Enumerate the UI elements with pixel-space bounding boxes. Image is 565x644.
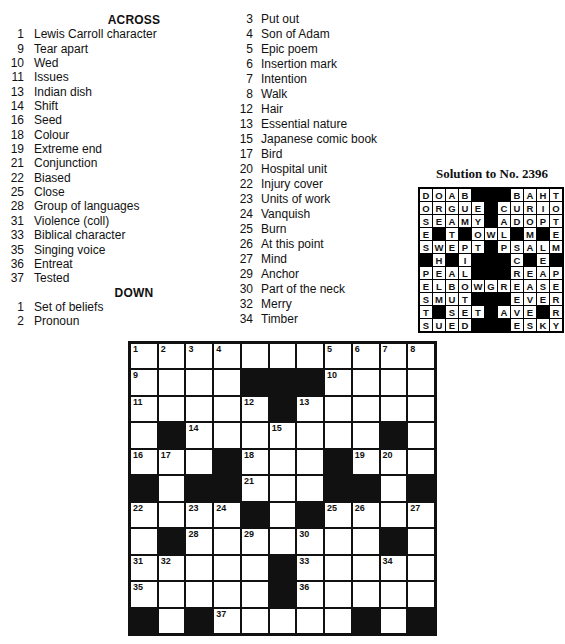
grid-cell-r10c1[interactable]: 35	[131, 582, 157, 606]
clue-text: Intention	[261, 72, 307, 87]
clue-text: Anchor	[261, 267, 299, 282]
solution-cell-r9c5	[472, 293, 484, 305]
grid-cell-r9c9[interactable]	[353, 556, 379, 580]
solution-cell-r5c2: W	[433, 241, 445, 253]
puzzle-grid[interactable]: 1234567891011121314151617181920212223242…	[128, 341, 437, 636]
grid-cell-r5c2[interactable]: 17	[159, 450, 185, 474]
grid-cell-r2c3[interactable]	[186, 370, 212, 394]
grid-cell-r10c11[interactable]	[408, 582, 434, 606]
solution-cell-r5c9: A	[524, 241, 536, 253]
grid-cell-r1c5[interactable]	[242, 344, 268, 368]
clue-number: 6	[235, 57, 253, 72]
solution-cell-r7c1: P	[420, 267, 432, 279]
clue-text: Colour	[34, 128, 69, 142]
solution-cell-r3c10: P	[537, 215, 549, 227]
solution-cell-r3c2: E	[433, 215, 445, 227]
clue-number: 27	[235, 252, 253, 267]
clue-down-22: 22Injury cover	[235, 177, 440, 192]
grid-cell-r6c7[interactable]	[297, 476, 323, 500]
solution-cell-r6c11	[550, 254, 562, 266]
clue-text: Injury cover	[261, 177, 323, 192]
clue-down-32: 32Merry	[235, 297, 440, 312]
clue-text: Tested	[34, 271, 69, 285]
cell-number: 33	[299, 556, 309, 566]
solution-cell-r8c11: E	[550, 280, 562, 292]
grid-cell-r5c1[interactable]: 16	[131, 450, 157, 474]
solution-cell-r10c8: V	[511, 306, 523, 318]
grid-cell-r8c2	[159, 529, 185, 553]
grid-cell-r11c10[interactable]	[381, 609, 407, 633]
grid-cell-r4c10	[381, 423, 407, 447]
clue-across-31: 31Violence (coll)	[6, 214, 262, 228]
grid-cell-r7c7	[297, 503, 323, 527]
clue-text: Epic poem	[261, 42, 318, 57]
grid-cell-r11c8[interactable]	[325, 609, 351, 633]
clue-down-25: 25Burn	[235, 222, 440, 237]
grid-cell-r6c4	[214, 476, 240, 500]
grid-cell-r3c11[interactable]	[408, 397, 434, 421]
grid-cell-r6c6[interactable]	[270, 476, 296, 500]
grid-cell-r4c11[interactable]	[408, 423, 434, 447]
solution-cell-r2c1: O	[420, 202, 432, 214]
grid-cell-r11c6[interactable]	[270, 609, 296, 633]
grid-cell-r8c10	[381, 529, 407, 553]
solution-cell-r2c3: G	[446, 202, 458, 214]
solution-cell-r2c11: O	[550, 202, 562, 214]
clue-across-28: 28Group of languages	[6, 199, 262, 213]
grid-cell-r8c8[interactable]	[325, 529, 351, 553]
grid-cell-r6c2[interactable]	[159, 476, 185, 500]
grid-cell-r4c3[interactable]: 14	[186, 423, 212, 447]
clue-number: 30	[235, 282, 253, 297]
grid-cell-r9c2[interactable]: 32	[159, 556, 185, 580]
grid-cell-r11c11	[408, 609, 434, 633]
grid-cell-r8c9[interactable]	[353, 529, 379, 553]
clue-number: 12	[235, 102, 253, 117]
grid-cell-r8c7[interactable]: 30	[297, 529, 323, 553]
clue-number: 1	[6, 300, 24, 314]
solution-cell-r11c10: K	[537, 319, 549, 331]
clue-number: 7	[235, 72, 253, 87]
clue-down-4: 4Son of Adam	[235, 27, 440, 42]
grid-cell-r2c6	[270, 370, 296, 394]
grid-cell-r10c10[interactable]	[381, 582, 407, 606]
clue-number: 14	[6, 99, 24, 113]
clue-number: 13	[6, 85, 24, 99]
grid-cell-r9c3[interactable]	[186, 556, 212, 580]
grid-cell-r2c2[interactable]	[159, 370, 185, 394]
grid-cell-r3c4[interactable]	[214, 397, 240, 421]
solution-cell-r8c5: W	[472, 280, 484, 292]
clue-number: 18	[6, 128, 24, 142]
solution-cell-r10c6	[485, 306, 497, 318]
solution-cell-r3c3: A	[446, 215, 458, 227]
solution-cell-r8c1: E	[420, 280, 432, 292]
solution-cell-r3c1: S	[420, 215, 432, 227]
grid-cell-r6c10[interactable]	[381, 476, 407, 500]
grid-cell-r3c8[interactable]	[325, 397, 351, 421]
cell-number: 27	[410, 503, 420, 513]
grid-cell-r6c11	[408, 476, 434, 500]
grid-cell-r5c6[interactable]	[270, 450, 296, 474]
grid-cell-r3c7[interactable]: 13	[297, 397, 323, 421]
solution-cell-r5c1: S	[420, 241, 432, 253]
grid-cell-r4c9[interactable]	[353, 423, 379, 447]
grid-cell-r9c8[interactable]	[325, 556, 351, 580]
solution-cell-r2c4: U	[459, 202, 471, 214]
cell-number: 2	[161, 344, 166, 354]
grid-cell-r8c6[interactable]	[270, 529, 296, 553]
grid-cell-r10c9[interactable]	[353, 582, 379, 606]
grid-cell-r3c6	[270, 397, 296, 421]
clue-text: Issues	[34, 70, 69, 84]
clue-number: 23	[235, 192, 253, 207]
grid-cell-r1c6[interactable]	[270, 344, 296, 368]
clue-text: Indian dish	[34, 85, 92, 99]
clue-text: Hair	[261, 102, 283, 117]
solution-cell-r1c6	[485, 189, 497, 201]
grid-cell-r1c3[interactable]: 3	[186, 344, 212, 368]
solution-cell-r2c8: U	[511, 202, 523, 214]
grid-cell-r9c10[interactable]: 34	[381, 556, 407, 580]
clue-down-2: 2Pronoun	[6, 314, 262, 328]
grid-cell-r4c4[interactable]	[214, 423, 240, 447]
grid-cell-r5c5[interactable]: 18	[242, 450, 268, 474]
solution-cell-r9c4: T	[459, 293, 471, 305]
clue-down-8: 8Walk	[235, 87, 440, 102]
solution-cell-r9c7	[498, 293, 510, 305]
grid-cell-r7c8[interactable]: 25	[325, 503, 351, 527]
clue-text: Lewis Carroll character	[34, 27, 157, 41]
grid-cell-r7c4[interactable]: 24	[214, 503, 240, 527]
clue-text: Insertion mark	[261, 57, 337, 72]
solution-cell-r9c1: S	[420, 293, 432, 305]
grid-cell-r2c10[interactable]	[381, 370, 407, 394]
solution-cell-r11c4: D	[459, 319, 471, 331]
solution-cell-r11c7	[498, 319, 510, 331]
clue-across-35: 35Singing voice	[6, 243, 262, 257]
solution-cell-r2c2: R	[433, 202, 445, 214]
cell-number: 37	[216, 609, 226, 619]
grid-cell-r6c5[interactable]: 21	[242, 476, 268, 500]
solution-cell-r8c6: G	[485, 280, 497, 292]
clue-text: Close	[34, 185, 65, 199]
grid-cell-r7c2[interactable]	[159, 503, 185, 527]
solution-cell-r9c10: E	[537, 293, 549, 305]
clue-text: Pronoun	[34, 314, 79, 328]
solution-cell-r7c2: E	[433, 267, 445, 279]
clue-number: 2	[6, 314, 24, 328]
solution-title: Solution to No. 2396	[419, 166, 565, 182]
solution-cell-r10c5: T	[472, 306, 484, 318]
grid-cell-r9c11[interactable]	[408, 556, 434, 580]
solution-cell-r5c6	[485, 241, 497, 253]
solution-cell-r3c9: O	[524, 215, 536, 227]
solution-cell-r4c5: O	[472, 228, 484, 240]
grid-cell-r4c5[interactable]	[242, 423, 268, 447]
grid-cell-r7c10[interactable]	[381, 503, 407, 527]
grid-cell-r8c5[interactable]: 29	[242, 529, 268, 553]
grid-cell-r1c1[interactable]: 1	[131, 344, 157, 368]
solution-cell-r6c3	[446, 254, 458, 266]
clue-text: Biblical character	[34, 228, 125, 242]
clue-number: 16	[6, 113, 24, 127]
grid-cell-r1c2[interactable]: 2	[159, 344, 185, 368]
solution-cell-r11c1: S	[420, 319, 432, 331]
cell-number: 24	[216, 503, 226, 513]
grid-cell-r5c7[interactable]	[297, 450, 323, 474]
grid-cell-r11c7[interactable]	[297, 609, 323, 633]
grid-cell-r7c5	[242, 503, 268, 527]
clue-text: Biased	[34, 171, 71, 185]
grid-cell-r2c5	[242, 370, 268, 394]
clue-text: Part of the neck	[261, 282, 345, 297]
solution-cell-r2c6	[485, 202, 497, 214]
solution-cell-r4c8	[511, 228, 523, 240]
grid-cell-r4c7[interactable]	[297, 423, 323, 447]
clue-number: 28	[6, 199, 24, 213]
clue-text: Walk	[261, 87, 287, 102]
grid-cell-r6c1	[131, 476, 157, 500]
solution-cell-r7c3: A	[446, 267, 458, 279]
clue-number: 13	[235, 117, 253, 132]
cell-number: 25	[327, 503, 337, 513]
solution-cell-r9c8: E	[511, 293, 523, 305]
clue-number: 22	[6, 171, 24, 185]
solution-cell-r4c6: W	[485, 228, 497, 240]
grid-cell-r3c5[interactable]: 12	[242, 397, 268, 421]
solution-cell-r5c5: T	[472, 241, 484, 253]
clue-number: 11	[6, 70, 24, 84]
grid-cell-r4c6[interactable]: 15	[270, 423, 296, 447]
grid-cell-r3c10[interactable]	[381, 397, 407, 421]
grid-cell-r9c5[interactable]	[242, 556, 268, 580]
grid-cell-r8c1[interactable]	[131, 529, 157, 553]
grid-cell-r10c6	[270, 582, 296, 606]
clue-across-13: 13Indian dish	[6, 85, 262, 99]
clue-number: 4	[235, 27, 253, 42]
grid-cell-r3c2[interactable]	[159, 397, 185, 421]
grid-cell-r5c10[interactable]: 20	[381, 450, 407, 474]
clue-across-36: 36Entreat	[6, 257, 262, 271]
clue-text: Essential nature	[261, 117, 347, 132]
grid-cell-r2c1[interactable]: 9	[131, 370, 157, 394]
solution-cell-r1c5	[472, 189, 484, 201]
grid-cell-r7c11[interactable]: 27	[408, 503, 434, 527]
clue-text: Violence (coll)	[34, 214, 109, 228]
solution-cell-r3c11: T	[550, 215, 562, 227]
cell-number: 7	[383, 344, 388, 354]
solution-cell-r8c2: L	[433, 280, 445, 292]
clue-text: Put out	[261, 12, 299, 27]
clue-text: Merry	[261, 297, 292, 312]
solution-cell-r6c9	[524, 254, 536, 266]
solution-cell-r6c6	[485, 254, 497, 266]
cell-number: 10	[327, 370, 337, 380]
clue-across-22: 22Biased	[6, 171, 262, 185]
grid-cell-r10c5[interactable]	[242, 582, 268, 606]
solution-cell-r10c3: S	[446, 306, 458, 318]
clue-down-5: 5Epic poem	[235, 42, 440, 57]
clue-down-20: 20Hospital unit	[235, 162, 440, 177]
cell-number: 13	[299, 397, 309, 407]
grid-cell-r2c8[interactable]: 10	[325, 370, 351, 394]
clue-text: Burn	[261, 222, 286, 237]
clue-number: 15	[235, 132, 253, 147]
grid-cell-r11c5[interactable]	[242, 609, 268, 633]
solution-cell-r1c9: A	[524, 189, 536, 201]
grid-cell-r8c11[interactable]	[408, 529, 434, 553]
grid-cell-r4c1[interactable]	[131, 423, 157, 447]
solution-cell-r11c3: E	[446, 319, 458, 331]
grid-cell-r11c3	[186, 609, 212, 633]
clue-down-1: 1Set of beliefs	[6, 300, 262, 314]
grid-cell-r10c7[interactable]: 36	[297, 582, 323, 606]
cell-number: 35	[133, 582, 143, 592]
grid-cell-r2c9[interactable]	[353, 370, 379, 394]
clue-down-30: 30Part of the neck	[235, 282, 440, 297]
solution-cell-r10c9: E	[524, 306, 536, 318]
grid-cell-r9c7[interactable]: 33	[297, 556, 323, 580]
grid-cell-r7c6[interactable]	[270, 503, 296, 527]
grid-cell-r3c1[interactable]: 11	[131, 397, 157, 421]
grid-cell-r8c4[interactable]	[214, 529, 240, 553]
grid-cell-r1c4[interactable]: 4	[214, 344, 240, 368]
clue-across-19: 19Extreme end	[6, 142, 262, 156]
clue-number: 17	[235, 147, 253, 162]
grid-cell-r11c9	[353, 609, 379, 633]
cell-number: 14	[188, 423, 198, 433]
grid-cell-r7c3[interactable]: 23	[186, 503, 212, 527]
cell-number: 32	[161, 556, 171, 566]
cell-number: 26	[355, 503, 365, 513]
clue-number: 33	[6, 228, 24, 242]
clue-column-middle: 3Put out4Son of Adam5Epic poem6Insertion…	[235, 12, 440, 327]
cell-number: 36	[299, 582, 309, 592]
clue-across-9: 9Tear apart	[6, 42, 262, 56]
cell-number: 20	[383, 450, 393, 460]
solution-cell-r5c11: M	[550, 241, 562, 253]
solution-cell-r1c1: D	[420, 189, 432, 201]
grid-cell-r2c11[interactable]	[408, 370, 434, 394]
grid-cell-r10c8[interactable]	[325, 582, 351, 606]
grid-cell-r9c1[interactable]: 31	[131, 556, 157, 580]
grid-cell-r7c9[interactable]: 26	[353, 503, 379, 527]
grid-cell-r11c4[interactable]: 37	[214, 609, 240, 633]
solution-cell-r4c2	[433, 228, 445, 240]
down-header: DOWN	[6, 286, 262, 300]
clue-across-25: 25Close	[6, 185, 262, 199]
grid-cell-r7c1[interactable]: 22	[131, 503, 157, 527]
clue-number: 35	[6, 243, 24, 257]
grid-cell-r1c11[interactable]: 8	[408, 344, 434, 368]
grid-cell-r5c4	[214, 450, 240, 474]
solution-cell-r10c11: R	[550, 306, 562, 318]
solution-cell-r1c3: A	[446, 189, 458, 201]
clue-down-27: 27Mind	[235, 252, 440, 267]
solution-cell-r8c9: A	[524, 280, 536, 292]
clue-down-23: 23Units of work	[235, 192, 440, 207]
cell-number: 34	[383, 556, 393, 566]
solution-cell-r4c7: L	[498, 228, 510, 240]
clue-number: 8	[235, 87, 253, 102]
grid-cell-r10c2[interactable]	[159, 582, 185, 606]
solution-cell-r3c5: Y	[472, 215, 484, 227]
cell-number: 30	[299, 529, 309, 539]
cell-number: 6	[355, 344, 360, 354]
cell-number: 31	[133, 556, 143, 566]
grid-cell-r6c3	[186, 476, 212, 500]
grid-cell-r9c6	[270, 556, 296, 580]
clue-number: 36	[6, 257, 24, 271]
solution-cell-r10c10	[537, 306, 549, 318]
cell-number: 3	[188, 344, 193, 354]
grid-cell-r5c11[interactable]	[408, 450, 434, 474]
clue-number: 31	[6, 214, 24, 228]
grid-cell-r4c8[interactable]	[325, 423, 351, 447]
grid-cell-r10c4[interactable]	[214, 582, 240, 606]
solution-cell-r11c8: E	[511, 319, 523, 331]
cell-number: 15	[272, 423, 282, 433]
grid-cell-r1c7[interactable]	[297, 344, 323, 368]
solution-cell-r6c1	[420, 254, 432, 266]
solution-cell-r6c2: H	[433, 254, 445, 266]
clue-text: Vanquish	[261, 207, 310, 222]
grid-cell-r3c9[interactable]	[353, 397, 379, 421]
solution-cell-r5c3: E	[446, 241, 458, 253]
solution-cell-r7c10: A	[537, 267, 549, 279]
clue-number: 22	[235, 177, 253, 192]
clue-text: Shift	[34, 99, 58, 113]
grid-cell-r2c4[interactable]	[214, 370, 240, 394]
clue-number: 34	[235, 312, 253, 327]
clue-down-15: 15Japanese comic book	[235, 132, 440, 147]
solution-cell-r6c10: E	[537, 254, 549, 266]
grid-cell-r9c4[interactable]	[214, 556, 240, 580]
cell-number: 9	[133, 370, 138, 380]
grid-cell-r11c1	[131, 609, 157, 633]
clue-text: Mind	[261, 252, 287, 267]
cell-number: 4	[216, 344, 221, 354]
grid-cell-r11c2[interactable]	[159, 609, 185, 633]
clue-text: Units of work	[261, 192, 330, 207]
cell-number: 21	[244, 476, 254, 486]
solution-cell-r8c3: B	[446, 280, 458, 292]
clue-text: Group of languages	[34, 199, 139, 213]
clue-number: 25	[235, 222, 253, 237]
grid-cell-r1c10[interactable]: 7	[381, 344, 407, 368]
grid-cell-r10c3[interactable]	[186, 582, 212, 606]
solution-cell-r1c4: B	[459, 189, 471, 201]
grid-cell-r1c9[interactable]: 6	[353, 344, 379, 368]
clue-text: Bird	[261, 147, 282, 162]
grid-cell-r2c7	[297, 370, 323, 394]
grid-cell-r5c9[interactable]: 19	[353, 450, 379, 474]
grid-cell-r3c3[interactable]	[186, 397, 212, 421]
solution-cell-r6c7	[498, 254, 510, 266]
grid-cell-r8c3[interactable]: 28	[186, 529, 212, 553]
solution-cell-r10c2	[433, 306, 445, 318]
solution-cell-r8c8: E	[511, 280, 523, 292]
grid-cell-r1c8[interactable]: 5	[325, 344, 351, 368]
solution-cell-r3c6	[485, 215, 497, 227]
solution-cell-r7c8: R	[511, 267, 523, 279]
solution-cell-r1c8: B	[511, 189, 523, 201]
solution-cell-r4c10	[537, 228, 549, 240]
solution-cell-r11c9: S	[524, 319, 536, 331]
grid-cell-r5c3[interactable]	[186, 450, 212, 474]
cell-number: 23	[188, 503, 198, 513]
